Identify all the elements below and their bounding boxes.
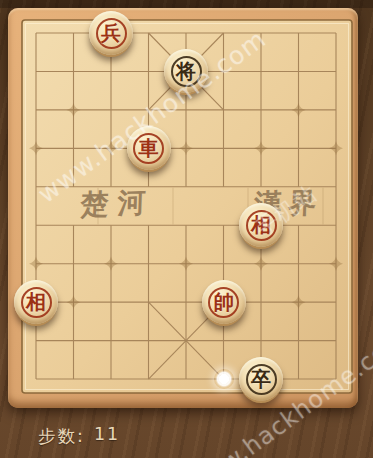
piece-glyph: 車	[139, 138, 159, 158]
top-shade	[0, 0, 373, 8]
step-counter: 步数: 11	[38, 424, 120, 448]
last-move-indicator	[214, 369, 234, 389]
xiangqi-board[interactable]: 楚河 漢界 兵将車相相帥卒	[8, 8, 358, 408]
piece-red-elephant[interactable]: 相	[239, 203, 283, 247]
piece-glyph: 兵	[101, 23, 121, 43]
piece-red-chariot[interactable]: 車	[127, 126, 171, 170]
piece-black-general[interactable]: 将	[164, 49, 208, 93]
river-label-left: 楚河	[71, 184, 155, 225]
step-counter-label: 步数:	[38, 424, 85, 448]
piece-red-soldier[interactable]: 兵	[89, 11, 133, 55]
step-counter-value: 11	[94, 424, 120, 448]
piece-glyph: 将	[176, 61, 196, 81]
piece-glyph: 卒	[251, 369, 271, 389]
piece-glyph: 帥	[214, 292, 234, 312]
piece-black-soldier[interactable]: 卒	[239, 357, 283, 401]
piece-red-general[interactable]: 帥	[202, 280, 246, 324]
piece-glyph: 相	[26, 292, 46, 312]
piece-glyph: 相	[251, 215, 271, 235]
game-screen: 楚河 漢界 兵将車相相帥卒 www.hackhome.com 手机站 www.h…	[0, 0, 373, 458]
piece-red-elephant[interactable]: 相	[14, 280, 58, 324]
